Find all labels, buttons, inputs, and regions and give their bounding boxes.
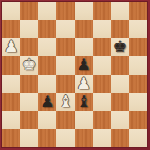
square-c6[interactable] — [38, 38, 56, 56]
square-c3[interactable]: ♟ — [38, 93, 56, 111]
white-king[interactable]: ♚ — [22, 57, 36, 73]
square-f6[interactable] — [93, 38, 111, 56]
square-g4[interactable] — [111, 75, 129, 93]
square-e2[interactable] — [75, 111, 93, 129]
square-d5[interactable] — [56, 56, 74, 74]
square-g3[interactable] — [111, 93, 129, 111]
square-g7[interactable] — [111, 20, 129, 38]
square-e6[interactable] — [75, 38, 93, 56]
square-g8[interactable] — [111, 2, 129, 20]
square-a3[interactable] — [2, 93, 20, 111]
square-a4[interactable] — [2, 75, 20, 93]
square-c4[interactable] — [38, 75, 56, 93]
black-bishop[interactable]: ♝ — [76, 93, 90, 109]
square-e5[interactable]: ♟ — [75, 56, 93, 74]
square-a1[interactable] — [2, 129, 20, 147]
square-f8[interactable] — [93, 2, 111, 20]
square-e3[interactable]: ♝ — [75, 93, 93, 111]
square-b5[interactable]: ♚ — [20, 56, 38, 74]
square-b1[interactable] — [20, 129, 38, 147]
black-pawn[interactable]: ♟ — [40, 93, 54, 109]
square-h7[interactable] — [129, 20, 147, 38]
square-e7[interactable] — [75, 20, 93, 38]
square-c8[interactable] — [38, 2, 56, 20]
black-pawn[interactable]: ♟ — [76, 57, 90, 73]
square-e1[interactable] — [75, 129, 93, 147]
square-d6[interactable] — [56, 38, 74, 56]
chess-board: ♟♚♚♟♟♟♝♝ — [2, 2, 147, 147]
square-b4[interactable] — [20, 75, 38, 93]
square-c5[interactable] — [38, 56, 56, 74]
white-pawn[interactable]: ♟ — [76, 75, 90, 91]
square-h8[interactable] — [129, 2, 147, 20]
square-f4[interactable] — [93, 75, 111, 93]
square-b7[interactable] — [20, 20, 38, 38]
square-f1[interactable] — [93, 129, 111, 147]
square-g1[interactable] — [111, 129, 129, 147]
square-a7[interactable] — [2, 20, 20, 38]
square-e8[interactable] — [75, 2, 93, 20]
square-h1[interactable] — [129, 129, 147, 147]
square-h3[interactable] — [129, 93, 147, 111]
square-g2[interactable] — [111, 111, 129, 129]
square-g6[interactable]: ♚ — [111, 38, 129, 56]
square-h6[interactable] — [129, 38, 147, 56]
square-a6[interactable]: ♟ — [2, 38, 20, 56]
black-king[interactable]: ♚ — [113, 39, 127, 55]
square-h2[interactable] — [129, 111, 147, 129]
square-d3[interactable]: ♝ — [56, 93, 74, 111]
white-bishop[interactable]: ♝ — [58, 93, 72, 109]
square-b8[interactable] — [20, 2, 38, 20]
square-c1[interactable] — [38, 129, 56, 147]
square-d7[interactable] — [56, 20, 74, 38]
square-e4[interactable]: ♟ — [75, 75, 93, 93]
square-c7[interactable] — [38, 20, 56, 38]
square-a8[interactable] — [2, 2, 20, 20]
square-g5[interactable] — [111, 56, 129, 74]
square-h4[interactable] — [129, 75, 147, 93]
square-a2[interactable] — [2, 111, 20, 129]
square-d2[interactable] — [56, 111, 74, 129]
square-c2[interactable] — [38, 111, 56, 129]
square-d4[interactable] — [56, 75, 74, 93]
square-f5[interactable] — [93, 56, 111, 74]
white-pawn[interactable]: ♟ — [4, 39, 18, 55]
square-b2[interactable] — [20, 111, 38, 129]
square-a5[interactable] — [2, 56, 20, 74]
square-b6[interactable] — [20, 38, 38, 56]
square-h5[interactable] — [129, 56, 147, 74]
square-f3[interactable] — [93, 93, 111, 111]
square-f7[interactable] — [93, 20, 111, 38]
chess-board-frame: ♟♚♚♟♟♟♝♝ — [0, 0, 150, 150]
square-d8[interactable] — [56, 2, 74, 20]
square-b3[interactable] — [20, 93, 38, 111]
square-f2[interactable] — [93, 111, 111, 129]
square-d1[interactable] — [56, 129, 74, 147]
